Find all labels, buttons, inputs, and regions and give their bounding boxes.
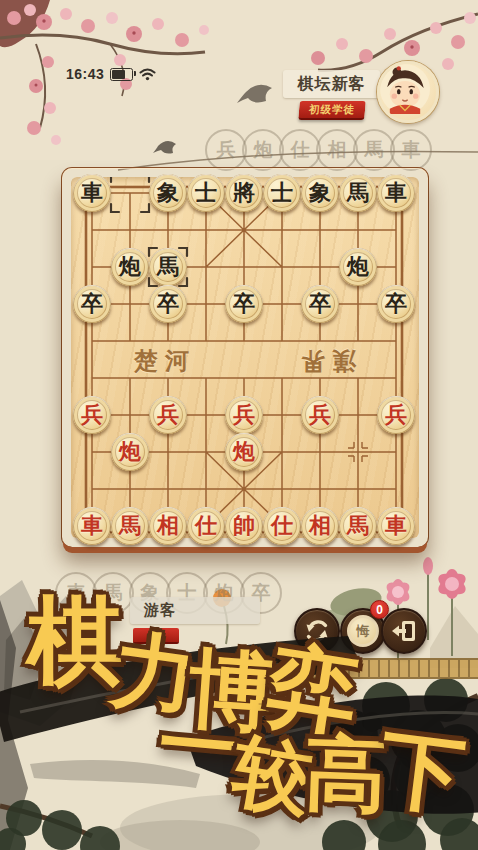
board-piece[interactable]: 炮 — [111, 433, 149, 471]
ghost-piece: 兵 — [205, 129, 247, 171]
board-piece[interactable]: 仕 — [263, 507, 301, 545]
ghost-piece: 馬 — [353, 129, 395, 171]
xiangqi-board[interactable]: 楚河 漢界 車象士將士象馬車炮馬炮卒卒卒卒卒兵兵兵兵兵炮炮車馬相仕帥仕相馬車 — [62, 168, 428, 547]
battery-icon — [110, 68, 133, 81]
board-piece[interactable]: 卒 — [149, 285, 187, 323]
player-top-rank-badge: 初级学徒 — [298, 101, 366, 120]
board-piece[interactable]: 炮 — [339, 248, 377, 286]
restart-button[interactable] — [294, 608, 340, 654]
child-avatar-art — [380, 64, 430, 114]
river-label-left: 楚河 — [123, 346, 207, 376]
app-screen: 16:43 棋坛新客 初级学徒 兵炮仕相馬車 車馬象士炮卒 — [0, 0, 478, 850]
undo-count-badge: 0 — [370, 600, 389, 619]
ghost-piece: 相 — [316, 129, 358, 171]
board-piece[interactable]: 卒 — [73, 285, 111, 323]
board-piece[interactable]: 將 — [225, 174, 263, 212]
board-piece[interactable]: 馬 — [149, 248, 187, 286]
ghost-piece: 車 — [55, 572, 97, 614]
avatar[interactable] — [377, 61, 439, 123]
board-piece[interactable]: 兵 — [73, 396, 111, 434]
board-piece[interactable]: 馬 — [339, 174, 377, 212]
player-top-nameplate: 棋坛新客 — [283, 70, 380, 98]
exit-icon — [389, 616, 419, 646]
status-bar: 16:43 — [66, 64, 226, 84]
player-top-name: 棋坛新客 — [298, 74, 366, 95]
board-piece[interactable]: 兵 — [225, 396, 263, 434]
ghost-piece: 仕 — [279, 129, 321, 171]
player-bottom-rank-badge — [133, 628, 179, 644]
board-piece[interactable]: 相 — [149, 507, 187, 545]
board-piece[interactable]: 相 — [301, 507, 339, 545]
board-piece[interactable]: 士 — [263, 174, 301, 212]
undo-piece-icon: 悔 — [347, 615, 379, 647]
board-piece[interactable]: 士 — [187, 174, 225, 212]
board-piece[interactable]: 車 — [73, 507, 111, 545]
board-piece[interactable]: 馬 — [339, 507, 377, 545]
board-piece[interactable]: 卒 — [377, 285, 415, 323]
player-bottom-name: 游客 — [144, 601, 176, 620]
board-piece[interactable]: 兵 — [149, 396, 187, 434]
board-piece[interactable]: 卒 — [301, 285, 339, 323]
restart-icon — [302, 616, 332, 646]
board-piece[interactable]: 卒 — [225, 285, 263, 323]
board-piece[interactable]: 兵 — [377, 396, 415, 434]
board-piece[interactable]: 象 — [301, 174, 339, 212]
wifi-icon — [139, 68, 156, 81]
exit-button[interactable] — [381, 608, 427, 654]
board-piece[interactable]: 炮 — [111, 248, 149, 286]
board-piece[interactable]: 車 — [377, 174, 415, 212]
board-piece[interactable]: 車 — [73, 174, 111, 212]
board-piece[interactable]: 帥 — [225, 507, 263, 545]
player-bottom-nameplate: 游客 — [130, 597, 260, 624]
board-piece[interactable]: 車 — [377, 507, 415, 545]
board-piece[interactable]: 象 — [149, 174, 187, 212]
board-piece[interactable]: 炮 — [225, 433, 263, 471]
river-label-right: 漢界 — [283, 346, 367, 376]
board-piece[interactable]: 馬 — [111, 507, 149, 545]
ghost-piece: 車 — [390, 129, 432, 171]
ghost-piece: 炮 — [242, 129, 284, 171]
ghost-piece: 馬 — [92, 572, 134, 614]
board-piece[interactable]: 仕 — [187, 507, 225, 545]
scroll-ornament-band — [238, 658, 478, 679]
clock: 16:43 — [66, 66, 104, 82]
board-piece[interactable]: 兵 — [301, 396, 339, 434]
